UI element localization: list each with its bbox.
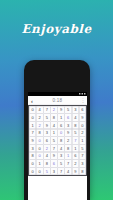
grid-cell-r6c5[interactable]: 1	[65, 152, 72, 160]
grid-cell-r0c5[interactable]: 5	[65, 106, 72, 114]
grid-cell-r2c0[interactable]: 1	[29, 121, 36, 129]
grid-cell-r3c4[interactable]: 0	[58, 129, 65, 137]
grid-cell-r2c6[interactable]: 8	[72, 121, 79, 129]
grid-cell-r1c5[interactable]: 6	[65, 114, 72, 122]
grid-cell-r6c2[interactable]: 4	[43, 152, 50, 160]
grid-cell-r1c0[interactable]: 0	[29, 114, 36, 122]
grid-cell-r3c7[interactable]: 2	[79, 129, 86, 137]
grid-cell-r5c1[interactable]: 0	[36, 144, 43, 152]
grid-cell-r4c7[interactable]: 1	[79, 137, 86, 145]
grid-cell-r0c7[interactable]: 6	[79, 106, 86, 114]
grid-cell-r4c0[interactable]: 9	[29, 137, 36, 145]
app-bar: ‹ 0:18 ⋮	[28, 96, 87, 105]
grid-cell-r1c7[interactable]: 9	[79, 114, 86, 122]
grid-cell-r7c4[interactable]: 5	[58, 160, 65, 168]
grid-cell-r6c4[interactable]: 3	[58, 152, 65, 160]
grid-cell-r5c7[interactable]: 5	[79, 144, 86, 152]
grid-cell-r8c3[interactable]: 3	[50, 167, 57, 175]
screenshot-viewport: Enjoyable ‹ 0:18 ⋮ 047295360258164912946…	[0, 0, 113, 200]
grid-cell-r7c0[interactable]: 0	[29, 160, 36, 168]
grid-cell-r2c4[interactable]: 6	[58, 121, 65, 129]
grid-cell-r8c6[interactable]: 9	[72, 167, 79, 175]
menu-icon[interactable]: ⋮	[79, 96, 87, 104]
grid-cell-r1c2[interactable]: 5	[43, 114, 50, 122]
grid-cell-r1c1[interactable]: 2	[36, 114, 43, 122]
grid-cell-r7c2[interactable]: 8	[43, 160, 50, 168]
grid-cell-r7c7[interactable]: 3	[79, 160, 86, 168]
grid-cell-r3c2[interactable]: 3	[43, 129, 50, 137]
grid-cell-r4c1[interactable]: 0	[36, 137, 43, 145]
grid-cell-r8c0[interactable]: 0	[29, 167, 36, 175]
grid-cell-r5c3[interactable]: 7	[50, 144, 57, 152]
caption-text: Enjoyable	[0, 21, 113, 36]
grid-cell-r0c4[interactable]: 9	[58, 106, 65, 114]
grid-cell-r7c3[interactable]: 6	[50, 160, 57, 168]
grid-cell-r8c2[interactable]: 5	[43, 167, 50, 175]
grid-cell-r6c6[interactable]: 6	[72, 152, 79, 160]
grid-cell-r6c3[interactable]: 9	[50, 152, 57, 160]
timer-label: 0:18	[36, 98, 79, 103]
battery-icon	[84, 93, 86, 95]
grid-cell-r8c7[interactable]: 8	[79, 167, 86, 175]
grid-cell-r1c4[interactable]: 1	[58, 114, 65, 122]
grid-cell-r7c6[interactable]: 2	[72, 160, 79, 168]
grid-cell-r3c5[interactable]: 9	[65, 129, 72, 137]
grid-cell-r7c5[interactable]: 7	[65, 160, 72, 168]
grid-cell-r3c3[interactable]: 1	[50, 129, 57, 137]
grid-cell-r2c2[interactable]: 9	[43, 121, 50, 129]
grid-cell-r8c1[interactable]: 0	[36, 167, 43, 175]
number-grid: 0472953602581649129463807831095290658271…	[28, 105, 87, 176]
grid-cell-r2c3[interactable]: 4	[50, 121, 57, 129]
grid-cell-r4c6[interactable]: 7	[72, 137, 79, 145]
signal-icon	[79, 93, 81, 95]
grid-cell-r0c6[interactable]: 3	[72, 106, 79, 114]
grid-cell-r1c6[interactable]: 4	[72, 114, 79, 122]
grid-cell-r0c3[interactable]: 2	[50, 106, 57, 114]
grid-cell-r4c2[interactable]: 6	[43, 137, 50, 145]
store-screenshot-background: Enjoyable ‹ 0:18 ⋮ 047295360258164912946…	[0, 0, 113, 200]
grid-cell-r2c1[interactable]: 2	[36, 121, 43, 129]
grid-cell-r7c1[interactable]: 1	[36, 160, 43, 168]
grid-cell-r4c3[interactable]: 5	[50, 137, 57, 145]
grid-cell-r4c5[interactable]: 2	[65, 137, 72, 145]
grid-cell-r0c0[interactable]: 0	[29, 106, 36, 114]
grid-cell-r6c1[interactable]: 0	[36, 152, 43, 160]
wifi-icon	[82, 93, 84, 95]
grid-cell-r8c4[interactable]: 7	[58, 167, 65, 175]
grid-cell-r3c0[interactable]: 7	[29, 129, 36, 137]
grid-cell-r5c4[interactable]: 4	[58, 144, 65, 152]
grid-cell-r5c5[interactable]: 8	[65, 144, 72, 152]
grid-cell-r8c5[interactable]: 4	[65, 167, 72, 175]
grid-cell-r6c0[interactable]: 8	[29, 152, 36, 160]
grid-cell-r5c6[interactable]: 1	[72, 144, 79, 152]
grid-cell-r6c7[interactable]: 7	[79, 152, 86, 160]
grid-cell-r1c3[interactable]: 8	[50, 114, 57, 122]
grid-cell-r5c2[interactable]: 2	[43, 144, 50, 152]
grid-cell-r0c1[interactable]: 4	[36, 106, 43, 114]
grid-cell-r3c1[interactable]: 8	[36, 129, 43, 137]
grid-cell-r5c0[interactable]: 3	[29, 144, 36, 152]
grid-cell-r4c4[interactable]: 8	[58, 137, 65, 145]
grid-cell-r2c7[interactable]: 0	[79, 121, 86, 129]
grid-cell-r0c2[interactable]: 7	[43, 106, 50, 114]
screen-footer	[28, 176, 87, 200]
phone-screen: ‹ 0:18 ⋮ 0472953602581649129463807831095…	[28, 92, 87, 200]
status-icons	[79, 93, 86, 95]
grid-cell-r2c5[interactable]: 3	[65, 121, 72, 129]
grid-cell-r3c6[interactable]: 5	[72, 129, 79, 137]
back-button[interactable]: ‹	[28, 96, 36, 104]
